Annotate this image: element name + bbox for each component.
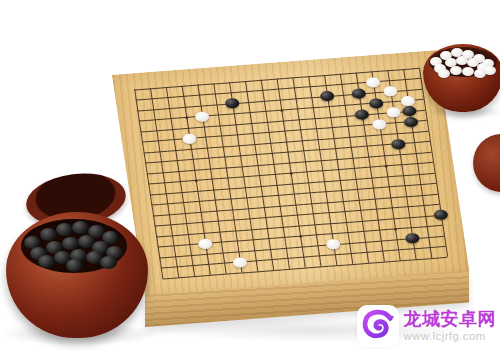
dragon-swirl xyxy=(359,307,397,345)
black-bowl-stone xyxy=(72,221,89,234)
board-intersection[interactable] xyxy=(249,266,266,278)
go-board xyxy=(112,50,469,295)
watermark: 龙城安卓网 www.lcjrfg.com xyxy=(357,305,499,347)
board-intersection[interactable] xyxy=(312,261,329,273)
black-bowl-stone xyxy=(66,259,83,272)
watermark-site-name: 龙城安卓网 xyxy=(404,310,497,329)
board-intersection[interactable] xyxy=(344,258,361,270)
board-intersection[interactable] xyxy=(154,273,171,285)
white-bowl-stone xyxy=(438,69,450,78)
white-bowl-stone xyxy=(450,66,462,75)
black-bowl-stone xyxy=(38,255,55,268)
board-intersection[interactable] xyxy=(201,269,218,281)
black-bowl-stone xyxy=(100,256,117,269)
right-edge-lid xyxy=(473,134,500,192)
star-point xyxy=(289,172,292,175)
board-intersection[interactable] xyxy=(328,260,345,272)
black-stone-bowl-opening xyxy=(21,219,127,273)
white-stone-bowl-opening xyxy=(429,47,497,77)
white-bowl-stone xyxy=(462,67,474,76)
dragon-logo-icon xyxy=(357,305,399,347)
black-bowl-stone xyxy=(56,223,73,236)
star-point xyxy=(280,109,283,112)
star-point xyxy=(393,228,396,231)
go-photo-scene: 龙城安卓网 www.lcjrfg.com xyxy=(0,0,500,351)
star-point xyxy=(194,179,197,182)
board-intersection[interactable] xyxy=(375,256,392,268)
board-intersection[interactable] xyxy=(439,251,456,263)
board-intersection[interactable] xyxy=(280,263,297,275)
watermark-url: www.lcjrfg.com xyxy=(404,330,497,342)
board-intersection[interactable] xyxy=(233,267,250,279)
board-intersection[interactable] xyxy=(264,264,281,276)
black-bowl-stone xyxy=(62,237,79,250)
star-point xyxy=(298,235,301,238)
goban-grid xyxy=(126,62,456,284)
board-intersection[interactable] xyxy=(423,252,440,264)
board-intersection[interactable] xyxy=(185,270,202,282)
board-intersection[interactable] xyxy=(407,254,424,266)
board-intersection[interactable] xyxy=(217,268,234,280)
star-point xyxy=(384,165,387,168)
white-bowl-stone xyxy=(474,69,486,78)
star-point xyxy=(185,116,188,119)
board-intersection[interactable] xyxy=(170,272,187,284)
board-intersection[interactable] xyxy=(296,262,313,274)
black-bowl-stone xyxy=(40,228,57,241)
watermark-text: 龙城安卓网 www.lcjrfg.com xyxy=(404,310,499,342)
board-intersection[interactable] xyxy=(359,257,376,269)
board-intersection[interactable] xyxy=(391,255,408,267)
